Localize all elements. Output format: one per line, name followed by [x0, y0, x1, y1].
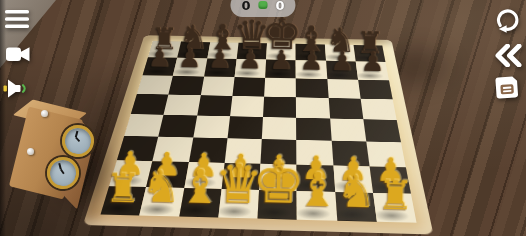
- piece-black-pawn[interactable]: ♟: [269, 47, 293, 74]
- square-h4[interactable]: [363, 119, 401, 142]
- screen-edge-shade: [0, 0, 6, 236]
- piece-black-pawn[interactable]: ♟: [147, 44, 171, 71]
- piece-black-pawn[interactable]: ♟: [299, 47, 324, 74]
- white-score: 0: [241, 0, 250, 13]
- square-c7[interactable]: ♟: [204, 59, 237, 77]
- square-h5[interactable]: [360, 99, 396, 120]
- square-g6[interactable]: [327, 79, 361, 99]
- black-score: 0: [276, 0, 285, 13]
- square-f4[interactable]: [296, 118, 331, 141]
- piece-white-rook[interactable]: ♜: [377, 174, 414, 215]
- rotate-view-button[interactable]: [493, 5, 523, 35]
- clock-hands-1: [64, 125, 88, 149]
- square-h1[interactable]: ♜: [373, 193, 417, 223]
- piece-black-pawn[interactable]: ♟: [330, 48, 355, 75]
- piece-black-pawn[interactable]: ♟: [177, 45, 201, 72]
- square-b5[interactable]: [164, 94, 201, 115]
- square-c5[interactable]: [197, 95, 232, 116]
- save-game-button[interactable]: [492, 73, 521, 102]
- square-b6[interactable]: [169, 76, 204, 96]
- square-h6[interactable]: [358, 79, 393, 99]
- square-b4[interactable]: [158, 115, 196, 138]
- menu-button[interactable]: [5, 10, 30, 29]
- piece-black-pawn[interactable]: ♟: [361, 48, 386, 75]
- square-g4[interactable]: [330, 118, 366, 141]
- score-badge: 0 0: [230, 0, 295, 17]
- video-camera-icon: [6, 46, 30, 63]
- rotate-counterclockwise-icon: [493, 5, 523, 35]
- square-e7[interactable]: ♟: [265, 60, 296, 78]
- square-g1[interactable]: ♞: [335, 192, 377, 222]
- save-floppy-icon: [491, 72, 522, 103]
- square-h7[interactable]: ♟: [356, 62, 389, 80]
- square-a5[interactable]: [131, 94, 169, 115]
- square-f6[interactable]: [296, 78, 328, 98]
- square-c6[interactable]: [200, 76, 234, 96]
- square-g5[interactable]: [328, 98, 363, 119]
- square-a6[interactable]: [137, 75, 173, 95]
- square-a4[interactable]: [124, 114, 164, 137]
- sound-button[interactable]: [3, 78, 28, 99]
- hamburger-menu-icon: [5, 10, 30, 29]
- square-g7[interactable]: ♟: [326, 61, 358, 79]
- square-e1[interactable]: ♚: [257, 190, 297, 220]
- clock-button-1: [41, 110, 48, 117]
- piece-white-knight[interactable]: ♞: [141, 164, 182, 209]
- board-squares: ♜♞♝♛♚♝♞♜♟♟♟♟♟♟♟♟♟♟♟♟♟♟♟♟♜♞♝♛♚♝♞♜: [100, 41, 416, 223]
- clock-hands-2: [49, 157, 73, 181]
- chess-clock: [10, 100, 120, 208]
- square-f1[interactable]: ♝: [297, 191, 337, 221]
- double-chevron-left-icon: [495, 44, 522, 67]
- speaker-volume-icon: [3, 78, 28, 99]
- square-f7[interactable]: ♟: [296, 60, 327, 78]
- piece-white-bishop[interactable]: ♝: [295, 165, 338, 213]
- piece-black-pawn[interactable]: ♟: [208, 45, 232, 72]
- chessboard: ♜♞♝♛♚♝♞♜♟♟♟♟♟♟♟♟♟♟♟♟♟♟♟♟♜♞♝♛♚♝♞♜: [83, 35, 434, 234]
- square-e4[interactable]: [262, 117, 297, 140]
- square-f5[interactable]: [296, 97, 330, 118]
- undo-moves-button[interactable]: [495, 44, 522, 67]
- square-d6[interactable]: [232, 77, 265, 97]
- camera-button[interactable]: [6, 46, 30, 63]
- vs-icon: [259, 1, 268, 9]
- square-d5[interactable]: [230, 96, 264, 117]
- square-e6[interactable]: [264, 77, 296, 97]
- square-e5[interactable]: [263, 96, 296, 117]
- square-d7[interactable]: ♟: [234, 59, 266, 77]
- piece-black-pawn[interactable]: ♟: [238, 46, 262, 73]
- square-d4[interactable]: [227, 116, 263, 139]
- game-scene: ♜♞♝♛♚♝♞♜♟♟♟♟♟♟♟♟♟♟♟♟♟♟♟♟♜♞♝♛♚♝♞♜ 0 0: [0, 0, 526, 236]
- square-c4[interactable]: [193, 116, 230, 139]
- piece-white-knight[interactable]: ♞: [336, 169, 377, 215]
- clock-button-2: [27, 148, 34, 155]
